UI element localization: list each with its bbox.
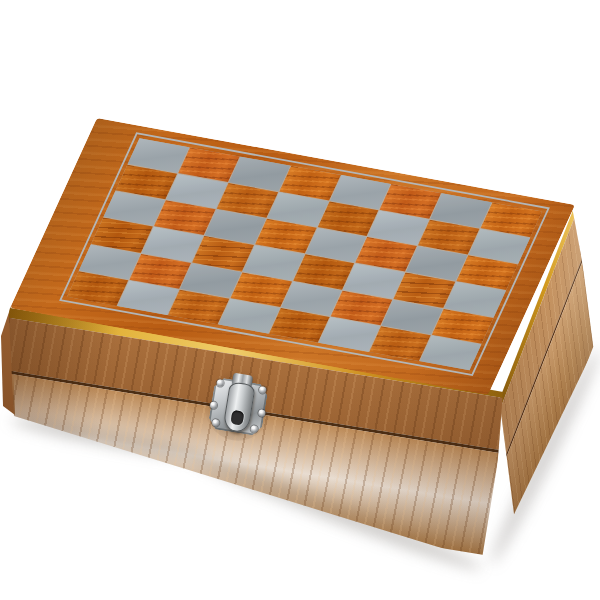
screw-icon xyxy=(258,409,266,417)
screw-icon xyxy=(250,425,258,433)
latch-clasp xyxy=(205,370,272,440)
product-photo-scene xyxy=(0,0,600,600)
clasp-hasp-slot xyxy=(230,410,244,426)
